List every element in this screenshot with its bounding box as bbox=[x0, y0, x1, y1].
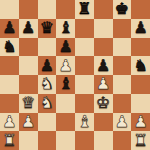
square-c7[interactable]: ♛ bbox=[38, 19, 57, 38]
chess-board: ♜♚♟♟♛♝♟♞♟♟♟♟♞♞♝♟♛♞♚♟♟♝♟♟♜♜ bbox=[0, 0, 150, 150]
square-g8[interactable]: ♚ bbox=[113, 0, 132, 19]
square-b7[interactable]: ♟ bbox=[19, 19, 38, 38]
square-g5[interactable] bbox=[113, 56, 132, 75]
piece-white-knight-c3[interactable]: ♞ bbox=[40, 95, 54, 111]
square-b2[interactable]: ♟ bbox=[19, 113, 38, 132]
piece-black-bishop-d7[interactable]: ♝ bbox=[58, 20, 72, 36]
square-a4[interactable] bbox=[0, 75, 19, 94]
piece-black-rook-e8[interactable]: ♜ bbox=[77, 1, 91, 17]
square-b8[interactable] bbox=[19, 0, 38, 19]
piece-black-bishop-d4[interactable]: ♝ bbox=[58, 76, 72, 92]
square-c2[interactable] bbox=[38, 113, 57, 132]
square-f6[interactable] bbox=[94, 38, 113, 57]
piece-black-pawn-h7[interactable]: ♟ bbox=[133, 20, 147, 36]
square-g2[interactable]: ♟ bbox=[113, 113, 132, 132]
piece-white-pawn-f4[interactable]: ♟ bbox=[96, 76, 110, 92]
piece-white-pawn-d5[interactable]: ♟ bbox=[58, 57, 72, 73]
square-b6[interactable] bbox=[19, 38, 38, 57]
square-f2[interactable] bbox=[94, 113, 113, 132]
square-c5[interactable]: ♟ bbox=[38, 56, 57, 75]
square-b3[interactable]: ♛ bbox=[19, 94, 38, 113]
square-a2[interactable]: ♟ bbox=[0, 113, 19, 132]
square-g1[interactable] bbox=[113, 131, 132, 150]
piece-black-pawn-a7[interactable]: ♟ bbox=[2, 20, 16, 36]
square-b4[interactable] bbox=[19, 75, 38, 94]
square-h3[interactable] bbox=[131, 94, 150, 113]
square-h7[interactable]: ♟ bbox=[131, 19, 150, 38]
square-b1[interactable] bbox=[19, 131, 38, 150]
piece-black-king-g8[interactable]: ♚ bbox=[115, 1, 129, 17]
square-d5[interactable]: ♟ bbox=[56, 56, 75, 75]
square-d1[interactable] bbox=[56, 131, 75, 150]
square-a5[interactable] bbox=[0, 56, 19, 75]
piece-white-queen-b3[interactable]: ♛ bbox=[21, 95, 35, 111]
square-e5[interactable] bbox=[75, 56, 94, 75]
square-e4[interactable] bbox=[75, 75, 94, 94]
square-h8[interactable] bbox=[131, 0, 150, 19]
piece-black-queen-c7[interactable]: ♛ bbox=[40, 20, 54, 36]
piece-white-pawn-a2[interactable]: ♟ bbox=[2, 113, 16, 129]
square-c8[interactable] bbox=[38, 0, 57, 19]
square-e2[interactable]: ♝ bbox=[75, 113, 94, 132]
piece-black-pawn-b7[interactable]: ♟ bbox=[21, 20, 35, 36]
square-a1[interactable]: ♜ bbox=[0, 131, 19, 150]
piece-white-rook-h1[interactable]: ♜ bbox=[133, 132, 147, 148]
square-f4[interactable]: ♟ bbox=[94, 75, 113, 94]
piece-white-pawn-b2[interactable]: ♟ bbox=[21, 113, 35, 129]
square-f1[interactable] bbox=[94, 131, 113, 150]
square-c4[interactable]: ♞ bbox=[38, 75, 57, 94]
square-d7[interactable]: ♝ bbox=[56, 19, 75, 38]
square-e3[interactable] bbox=[75, 94, 94, 113]
square-h2[interactable]: ♟ bbox=[131, 113, 150, 132]
square-f7[interactable] bbox=[94, 19, 113, 38]
piece-black-pawn-f5[interactable]: ♟ bbox=[96, 57, 110, 73]
square-c1[interactable] bbox=[38, 131, 57, 150]
piece-white-king-f3[interactable]: ♚ bbox=[96, 95, 110, 111]
square-a3[interactable] bbox=[0, 94, 19, 113]
square-d6[interactable]: ♟ bbox=[56, 38, 75, 57]
square-b5[interactable] bbox=[19, 56, 38, 75]
square-a6[interactable]: ♞ bbox=[0, 38, 19, 57]
square-a7[interactable]: ♟ bbox=[0, 19, 19, 38]
piece-white-pawn-h2[interactable]: ♟ bbox=[133, 113, 147, 129]
square-e7[interactable] bbox=[75, 19, 94, 38]
square-e8[interactable]: ♜ bbox=[75, 0, 94, 19]
square-c6[interactable] bbox=[38, 38, 57, 57]
square-f3[interactable]: ♚ bbox=[94, 94, 113, 113]
square-d2[interactable] bbox=[56, 113, 75, 132]
square-h4[interactable] bbox=[131, 75, 150, 94]
square-a8[interactable] bbox=[0, 0, 19, 19]
square-e1[interactable] bbox=[75, 131, 94, 150]
piece-white-knight-c4[interactable]: ♞ bbox=[40, 76, 54, 92]
square-e6[interactable] bbox=[75, 38, 94, 57]
piece-black-knight-a6[interactable]: ♞ bbox=[2, 38, 16, 54]
square-h5[interactable]: ♞ bbox=[131, 56, 150, 75]
square-d8[interactable] bbox=[56, 0, 75, 19]
square-c3[interactable]: ♞ bbox=[38, 94, 57, 113]
piece-black-pawn-c5[interactable]: ♟ bbox=[40, 57, 54, 73]
piece-white-bishop-e2[interactable]: ♝ bbox=[77, 113, 91, 129]
square-f8[interactable] bbox=[94, 0, 113, 19]
square-h1[interactable]: ♜ bbox=[131, 131, 150, 150]
square-g4[interactable] bbox=[113, 75, 132, 94]
piece-black-knight-h5[interactable]: ♞ bbox=[133, 57, 147, 73]
piece-white-pawn-g2[interactable]: ♟ bbox=[115, 113, 129, 129]
square-g7[interactable] bbox=[113, 19, 132, 38]
piece-black-pawn-d6[interactable]: ♟ bbox=[58, 38, 72, 54]
square-g3[interactable] bbox=[113, 94, 132, 113]
square-g6[interactable] bbox=[113, 38, 132, 57]
piece-white-rook-a1[interactable]: ♜ bbox=[2, 132, 16, 148]
square-f5[interactable]: ♟ bbox=[94, 56, 113, 75]
square-d4[interactable]: ♝ bbox=[56, 75, 75, 94]
square-d3[interactable] bbox=[56, 94, 75, 113]
square-h6[interactable] bbox=[131, 38, 150, 57]
